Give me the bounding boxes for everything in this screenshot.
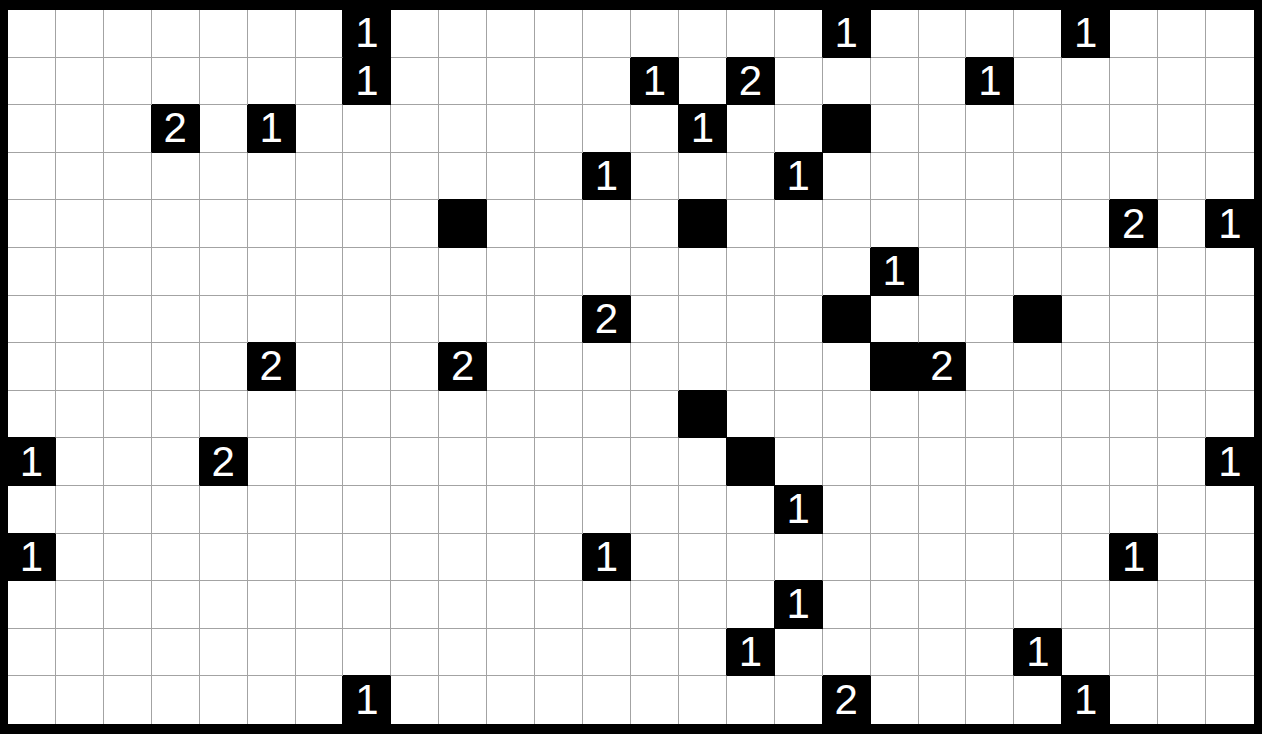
empty-cell-r5c11[interactable] [535, 248, 583, 296]
empty-cell-r13c25[interactable] [1206, 629, 1254, 677]
empty-cell-r3c14[interactable] [679, 153, 727, 201]
empty-cell-r6c19[interactable] [919, 296, 967, 344]
empty-cell-r0c0[interactable] [8, 10, 56, 58]
empty-cell-r11c3[interactable] [152, 534, 200, 582]
empty-cell-r11c19[interactable] [919, 534, 967, 582]
empty-cell-r6c15[interactable] [727, 296, 775, 344]
empty-cell-r11c25[interactable] [1206, 534, 1254, 582]
empty-cell-r11c18[interactable] [871, 534, 919, 582]
empty-cell-r11c10[interactable] [487, 534, 535, 582]
empty-cell-r0c2[interactable] [104, 10, 152, 58]
empty-cell-r13c17[interactable] [823, 629, 871, 677]
empty-cell-r4c21[interactable] [1014, 200, 1062, 248]
empty-cell-r11c20[interactable] [966, 534, 1014, 582]
empty-cell-r0c24[interactable] [1158, 10, 1206, 58]
empty-cell-r5c12[interactable] [583, 248, 631, 296]
empty-cell-r0c10[interactable] [487, 10, 535, 58]
empty-cell-r13c22[interactable] [1062, 629, 1110, 677]
empty-cell-r0c3[interactable] [152, 10, 200, 58]
empty-cell-r2c6[interactable] [296, 105, 344, 153]
empty-cell-r3c17[interactable] [823, 153, 871, 201]
empty-cell-r4c16[interactable] [775, 200, 823, 248]
empty-cell-r7c2[interactable] [104, 343, 152, 391]
empty-cell-r5c20[interactable] [966, 248, 1014, 296]
empty-cell-r13c4[interactable] [200, 629, 248, 677]
empty-cell-r6c10[interactable] [487, 296, 535, 344]
empty-cell-r8c22[interactable] [1062, 391, 1110, 439]
empty-cell-r2c7[interactable] [343, 105, 391, 153]
empty-cell-r10c3[interactable] [152, 486, 200, 534]
empty-cell-r9c8[interactable] [391, 438, 439, 486]
empty-cell-r10c7[interactable] [343, 486, 391, 534]
empty-cell-r13c19[interactable] [919, 629, 967, 677]
empty-cell-r13c12[interactable] [583, 629, 631, 677]
empty-cell-r11c11[interactable] [535, 534, 583, 582]
empty-cell-r14c4[interactable] [200, 676, 248, 724]
empty-cell-r14c23[interactable] [1110, 676, 1158, 724]
empty-cell-r1c1[interactable] [56, 58, 104, 106]
empty-cell-r8c16[interactable] [775, 391, 823, 439]
empty-cell-r9c21[interactable] [1014, 438, 1062, 486]
empty-cell-r10c24[interactable] [1158, 486, 1206, 534]
empty-cell-r9c16[interactable] [775, 438, 823, 486]
empty-cell-r10c18[interactable] [871, 486, 919, 534]
empty-cell-r13c13[interactable] [631, 629, 679, 677]
empty-cell-r6c3[interactable] [152, 296, 200, 344]
empty-cell-r14c6[interactable] [296, 676, 344, 724]
empty-cell-r0c11[interactable] [535, 10, 583, 58]
empty-cell-r11c15[interactable] [727, 534, 775, 582]
empty-cell-r14c14[interactable] [679, 676, 727, 724]
empty-cell-r5c6[interactable] [296, 248, 344, 296]
empty-cell-r8c15[interactable] [727, 391, 775, 439]
empty-cell-r3c1[interactable] [56, 153, 104, 201]
empty-cell-r5c0[interactable] [8, 248, 56, 296]
empty-cell-r7c14[interactable] [679, 343, 727, 391]
empty-cell-r12c3[interactable] [152, 581, 200, 629]
empty-cell-r7c1[interactable] [56, 343, 104, 391]
empty-cell-r14c9[interactable] [439, 676, 487, 724]
empty-cell-r8c12[interactable] [583, 391, 631, 439]
empty-cell-r0c18[interactable] [871, 10, 919, 58]
empty-cell-r12c5[interactable] [248, 581, 296, 629]
empty-cell-r5c13[interactable] [631, 248, 679, 296]
empty-cell-r7c24[interactable] [1158, 343, 1206, 391]
empty-cell-r2c18[interactable] [871, 105, 919, 153]
empty-cell-r1c12[interactable] [583, 58, 631, 106]
empty-cell-r14c13[interactable] [631, 676, 679, 724]
empty-cell-r14c2[interactable] [104, 676, 152, 724]
empty-cell-r4c13[interactable] [631, 200, 679, 248]
empty-cell-r5c24[interactable] [1158, 248, 1206, 296]
empty-cell-r11c13[interactable] [631, 534, 679, 582]
empty-cell-r8c0[interactable] [8, 391, 56, 439]
empty-cell-r14c19[interactable] [919, 676, 967, 724]
empty-cell-r8c23[interactable] [1110, 391, 1158, 439]
empty-cell-r14c21[interactable] [1014, 676, 1062, 724]
empty-cell-r2c10[interactable] [487, 105, 535, 153]
empty-cell-r5c17[interactable] [823, 248, 871, 296]
empty-cell-r13c2[interactable] [104, 629, 152, 677]
empty-cell-r5c15[interactable] [727, 248, 775, 296]
empty-cell-r12c0[interactable] [8, 581, 56, 629]
empty-cell-r14c18[interactable] [871, 676, 919, 724]
empty-cell-r3c19[interactable] [919, 153, 967, 201]
empty-cell-r9c10[interactable] [487, 438, 535, 486]
empty-cell-r5c10[interactable] [487, 248, 535, 296]
empty-cell-r1c10[interactable] [487, 58, 535, 106]
empty-cell-r6c7[interactable] [343, 296, 391, 344]
empty-cell-r7c22[interactable] [1062, 343, 1110, 391]
empty-cell-r10c5[interactable] [248, 486, 296, 534]
empty-cell-r10c12[interactable] [583, 486, 631, 534]
empty-cell-r10c2[interactable] [104, 486, 152, 534]
empty-cell-r11c2[interactable] [104, 534, 152, 582]
empty-cell-r8c18[interactable] [871, 391, 919, 439]
empty-cell-r9c20[interactable] [966, 438, 1014, 486]
empty-cell-r4c2[interactable] [104, 200, 152, 248]
empty-cell-r2c19[interactable] [919, 105, 967, 153]
empty-cell-r12c17[interactable] [823, 581, 871, 629]
empty-cell-r2c22[interactable] [1062, 105, 1110, 153]
empty-cell-r12c20[interactable] [966, 581, 1014, 629]
empty-cell-r8c19[interactable] [919, 391, 967, 439]
empty-cell-r6c18[interactable] [871, 296, 919, 344]
empty-cell-r0c15[interactable] [727, 10, 775, 58]
empty-cell-r6c6[interactable] [296, 296, 344, 344]
empty-cell-r9c9[interactable] [439, 438, 487, 486]
empty-cell-r2c23[interactable] [1110, 105, 1158, 153]
empty-cell-r7c6[interactable] [296, 343, 344, 391]
empty-cell-r1c21[interactable] [1014, 58, 1062, 106]
empty-cell-r0c4[interactable] [200, 10, 248, 58]
empty-cell-r3c18[interactable] [871, 153, 919, 201]
empty-cell-r8c2[interactable] [104, 391, 152, 439]
empty-cell-r7c4[interactable] [200, 343, 248, 391]
empty-cell-r7c13[interactable] [631, 343, 679, 391]
empty-cell-r7c21[interactable] [1014, 343, 1062, 391]
empty-cell-r8c24[interactable] [1158, 391, 1206, 439]
empty-cell-r12c18[interactable] [871, 581, 919, 629]
empty-cell-r8c21[interactable] [1014, 391, 1062, 439]
empty-cell-r10c23[interactable] [1110, 486, 1158, 534]
empty-cell-r9c17[interactable] [823, 438, 871, 486]
empty-cell-r6c8[interactable] [391, 296, 439, 344]
empty-cell-r7c10[interactable] [487, 343, 535, 391]
empty-cell-r3c22[interactable] [1062, 153, 1110, 201]
empty-cell-r9c18[interactable] [871, 438, 919, 486]
empty-cell-r4c19[interactable] [919, 200, 967, 248]
empty-cell-r8c1[interactable] [56, 391, 104, 439]
empty-cell-r10c17[interactable] [823, 486, 871, 534]
empty-cell-r1c5[interactable] [248, 58, 296, 106]
empty-cell-r14c16[interactable] [775, 676, 823, 724]
empty-cell-r6c2[interactable] [104, 296, 152, 344]
empty-cell-r4c10[interactable] [487, 200, 535, 248]
empty-cell-r12c19[interactable] [919, 581, 967, 629]
empty-cell-r5c21[interactable] [1014, 248, 1062, 296]
empty-cell-r2c15[interactable] [727, 105, 775, 153]
empty-cell-r3c25[interactable] [1206, 153, 1254, 201]
empty-cell-r11c7[interactable] [343, 534, 391, 582]
empty-cell-r13c20[interactable] [966, 629, 1014, 677]
empty-cell-r11c21[interactable] [1014, 534, 1062, 582]
empty-cell-r1c25[interactable] [1206, 58, 1254, 106]
empty-cell-r4c15[interactable] [727, 200, 775, 248]
empty-cell-r2c16[interactable] [775, 105, 823, 153]
empty-cell-r4c4[interactable] [200, 200, 248, 248]
empty-cell-r14c3[interactable] [152, 676, 200, 724]
empty-cell-r1c14[interactable] [679, 58, 727, 106]
empty-cell-r9c12[interactable] [583, 438, 631, 486]
empty-cell-r14c15[interactable] [727, 676, 775, 724]
empty-cell-r10c13[interactable] [631, 486, 679, 534]
empty-cell-r9c6[interactable] [296, 438, 344, 486]
empty-cell-r11c16[interactable] [775, 534, 823, 582]
empty-cell-r3c10[interactable] [487, 153, 535, 201]
empty-cell-r11c6[interactable] [296, 534, 344, 582]
empty-cell-r7c16[interactable] [775, 343, 823, 391]
empty-cell-r13c1[interactable] [56, 629, 104, 677]
empty-cell-r10c15[interactable] [727, 486, 775, 534]
empty-cell-r3c24[interactable] [1158, 153, 1206, 201]
empty-cell-r5c3[interactable] [152, 248, 200, 296]
empty-cell-r2c13[interactable] [631, 105, 679, 153]
empty-cell-r12c1[interactable] [56, 581, 104, 629]
empty-cell-r4c6[interactable] [296, 200, 344, 248]
empty-cell-r3c6[interactable] [296, 153, 344, 201]
empty-cell-r13c24[interactable] [1158, 629, 1206, 677]
empty-cell-r9c3[interactable] [152, 438, 200, 486]
empty-cell-r6c23[interactable] [1110, 296, 1158, 344]
empty-cell-r6c9[interactable] [439, 296, 487, 344]
empty-cell-r2c21[interactable] [1014, 105, 1062, 153]
empty-cell-r7c20[interactable] [966, 343, 1014, 391]
empty-cell-r9c11[interactable] [535, 438, 583, 486]
empty-cell-r5c7[interactable] [343, 248, 391, 296]
empty-cell-r3c5[interactable] [248, 153, 296, 201]
empty-cell-r12c10[interactable] [487, 581, 535, 629]
empty-cell-r1c18[interactable] [871, 58, 919, 106]
empty-cell-r1c8[interactable] [391, 58, 439, 106]
empty-cell-r1c19[interactable] [919, 58, 967, 106]
empty-cell-r3c0[interactable] [8, 153, 56, 201]
empty-cell-r4c12[interactable] [583, 200, 631, 248]
empty-cell-r4c17[interactable] [823, 200, 871, 248]
empty-cell-r5c22[interactable] [1062, 248, 1110, 296]
empty-cell-r8c13[interactable] [631, 391, 679, 439]
empty-cell-r9c22[interactable] [1062, 438, 1110, 486]
empty-cell-r1c17[interactable] [823, 58, 871, 106]
empty-cell-r0c8[interactable] [391, 10, 439, 58]
empty-cell-r13c23[interactable] [1110, 629, 1158, 677]
empty-cell-r14c24[interactable] [1158, 676, 1206, 724]
empty-cell-r2c0[interactable] [8, 105, 56, 153]
empty-cell-r6c0[interactable] [8, 296, 56, 344]
empty-cell-r4c11[interactable] [535, 200, 583, 248]
empty-cell-r0c25[interactable] [1206, 10, 1254, 58]
empty-cell-r7c11[interactable] [535, 343, 583, 391]
empty-cell-r8c10[interactable] [487, 391, 535, 439]
empty-cell-r11c4[interactable] [200, 534, 248, 582]
empty-cell-r0c6[interactable] [296, 10, 344, 58]
empty-cell-r6c1[interactable] [56, 296, 104, 344]
empty-cell-r14c20[interactable] [966, 676, 1014, 724]
empty-cell-r14c1[interactable] [56, 676, 104, 724]
empty-cell-r10c19[interactable] [919, 486, 967, 534]
empty-cell-r0c23[interactable] [1110, 10, 1158, 58]
empty-cell-r11c9[interactable] [439, 534, 487, 582]
empty-cell-r7c17[interactable] [823, 343, 871, 391]
empty-cell-r13c6[interactable] [296, 629, 344, 677]
empty-cell-r0c13[interactable] [631, 10, 679, 58]
empty-cell-r12c25[interactable] [1206, 581, 1254, 629]
empty-cell-r5c4[interactable] [200, 248, 248, 296]
empty-cell-r5c1[interactable] [56, 248, 104, 296]
empty-cell-r11c8[interactable] [391, 534, 439, 582]
empty-cell-r4c8[interactable] [391, 200, 439, 248]
empty-cell-r3c23[interactable] [1110, 153, 1158, 201]
empty-cell-r1c23[interactable] [1110, 58, 1158, 106]
empty-cell-r3c11[interactable] [535, 153, 583, 201]
empty-cell-r4c20[interactable] [966, 200, 1014, 248]
empty-cell-r0c5[interactable] [248, 10, 296, 58]
empty-cell-r7c15[interactable] [727, 343, 775, 391]
empty-cell-r10c11[interactable] [535, 486, 583, 534]
empty-cell-r14c8[interactable] [391, 676, 439, 724]
empty-cell-r12c23[interactable] [1110, 581, 1158, 629]
empty-cell-r2c12[interactable] [583, 105, 631, 153]
empty-cell-r0c21[interactable] [1014, 10, 1062, 58]
empty-cell-r2c2[interactable] [104, 105, 152, 153]
empty-cell-r13c18[interactable] [871, 629, 919, 677]
empty-cell-r8c11[interactable] [535, 391, 583, 439]
empty-cell-r5c25[interactable] [1206, 248, 1254, 296]
empty-cell-r6c4[interactable] [200, 296, 248, 344]
empty-cell-r11c22[interactable] [1062, 534, 1110, 582]
empty-cell-r8c6[interactable] [296, 391, 344, 439]
empty-cell-r11c1[interactable] [56, 534, 104, 582]
empty-cell-r12c12[interactable] [583, 581, 631, 629]
empty-cell-r9c19[interactable] [919, 438, 967, 486]
empty-cell-r4c22[interactable] [1062, 200, 1110, 248]
empty-cell-r13c5[interactable] [248, 629, 296, 677]
empty-cell-r1c0[interactable] [8, 58, 56, 106]
empty-cell-r5c16[interactable] [775, 248, 823, 296]
empty-cell-r6c16[interactable] [775, 296, 823, 344]
empty-cell-r7c23[interactable] [1110, 343, 1158, 391]
empty-cell-r12c15[interactable] [727, 581, 775, 629]
empty-cell-r11c17[interactable] [823, 534, 871, 582]
empty-cell-r5c14[interactable] [679, 248, 727, 296]
empty-cell-r5c5[interactable] [248, 248, 296, 296]
empty-cell-r10c6[interactable] [296, 486, 344, 534]
empty-cell-r10c4[interactable] [200, 486, 248, 534]
empty-cell-r14c10[interactable] [487, 676, 535, 724]
empty-cell-r3c4[interactable] [200, 153, 248, 201]
empty-cell-r0c19[interactable] [919, 10, 967, 58]
empty-cell-r3c15[interactable] [727, 153, 775, 201]
empty-cell-r8c5[interactable] [248, 391, 296, 439]
empty-cell-r3c9[interactable] [439, 153, 487, 201]
empty-cell-r12c13[interactable] [631, 581, 679, 629]
empty-cell-r12c6[interactable] [296, 581, 344, 629]
empty-cell-r12c21[interactable] [1014, 581, 1062, 629]
empty-cell-r6c24[interactable] [1158, 296, 1206, 344]
empty-cell-r8c9[interactable] [439, 391, 487, 439]
empty-cell-r13c9[interactable] [439, 629, 487, 677]
empty-cell-r3c3[interactable] [152, 153, 200, 201]
empty-cell-r10c20[interactable] [966, 486, 1014, 534]
empty-cell-r13c7[interactable] [343, 629, 391, 677]
empty-cell-r10c1[interactable] [56, 486, 104, 534]
empty-cell-r6c22[interactable] [1062, 296, 1110, 344]
empty-cell-r0c1[interactable] [56, 10, 104, 58]
empty-cell-r0c14[interactable] [679, 10, 727, 58]
empty-cell-r4c18[interactable] [871, 200, 919, 248]
empty-cell-r8c17[interactable] [823, 391, 871, 439]
empty-cell-r8c25[interactable] [1206, 391, 1254, 439]
empty-cell-r13c16[interactable] [775, 629, 823, 677]
empty-cell-r2c25[interactable] [1206, 105, 1254, 153]
empty-cell-r3c8[interactable] [391, 153, 439, 201]
empty-cell-r12c24[interactable] [1158, 581, 1206, 629]
empty-cell-r5c23[interactable] [1110, 248, 1158, 296]
empty-cell-r1c16[interactable] [775, 58, 823, 106]
empty-cell-r9c13[interactable] [631, 438, 679, 486]
empty-cell-r11c24[interactable] [1158, 534, 1206, 582]
empty-cell-r14c5[interactable] [248, 676, 296, 724]
empty-cell-r13c8[interactable] [391, 629, 439, 677]
empty-cell-r4c24[interactable] [1158, 200, 1206, 248]
empty-cell-r9c7[interactable] [343, 438, 391, 486]
empty-cell-r6c14[interactable] [679, 296, 727, 344]
empty-cell-r0c20[interactable] [966, 10, 1014, 58]
empty-cell-r14c0[interactable] [8, 676, 56, 724]
empty-cell-r10c10[interactable] [487, 486, 535, 534]
empty-cell-r10c8[interactable] [391, 486, 439, 534]
empty-cell-r10c14[interactable] [679, 486, 727, 534]
empty-cell-r0c12[interactable] [583, 10, 631, 58]
empty-cell-r6c20[interactable] [966, 296, 1014, 344]
empty-cell-r12c11[interactable] [535, 581, 583, 629]
empty-cell-r6c25[interactable] [1206, 296, 1254, 344]
empty-cell-r6c11[interactable] [535, 296, 583, 344]
empty-cell-r13c14[interactable] [679, 629, 727, 677]
empty-cell-r8c20[interactable] [966, 391, 1014, 439]
empty-cell-r2c24[interactable] [1158, 105, 1206, 153]
empty-cell-r7c12[interactable] [583, 343, 631, 391]
empty-cell-r1c4[interactable] [200, 58, 248, 106]
empty-cell-r5c9[interactable] [439, 248, 487, 296]
empty-cell-r12c7[interactable] [343, 581, 391, 629]
empty-cell-r4c3[interactable] [152, 200, 200, 248]
empty-cell-r1c11[interactable] [535, 58, 583, 106]
empty-cell-r12c9[interactable] [439, 581, 487, 629]
empty-cell-r1c3[interactable] [152, 58, 200, 106]
empty-cell-r1c6[interactable] [296, 58, 344, 106]
empty-cell-r7c3[interactable] [152, 343, 200, 391]
empty-cell-r13c0[interactable] [8, 629, 56, 677]
empty-cell-r5c2[interactable] [104, 248, 152, 296]
empty-cell-r14c11[interactable] [535, 676, 583, 724]
empty-cell-r12c4[interactable] [200, 581, 248, 629]
empty-cell-r14c12[interactable] [583, 676, 631, 724]
empty-cell-r14c25[interactable] [1206, 676, 1254, 724]
empty-cell-r8c8[interactable] [391, 391, 439, 439]
empty-cell-r10c0[interactable] [8, 486, 56, 534]
empty-cell-r1c22[interactable] [1062, 58, 1110, 106]
